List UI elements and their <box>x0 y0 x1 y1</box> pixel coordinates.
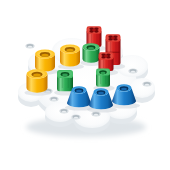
empty-hole[interactable] <box>142 82 151 87</box>
peg-green-cube[interactable] <box>57 70 73 91</box>
peg-yellow-cylinder[interactable] <box>35 50 55 72</box>
empty-hole[interactable] <box>49 97 58 102</box>
empty-hole[interactable] <box>25 44 34 49</box>
peg-green-cube[interactable] <box>96 69 110 87</box>
empty-hole[interactable] <box>59 109 68 114</box>
peg-yellow-cylinder[interactable] <box>27 69 48 92</box>
peg-red-square-clover[interactable] <box>99 52 114 71</box>
pegboard <box>0 0 170 170</box>
product-photo-scene <box>0 0 170 170</box>
empty-hole[interactable] <box>128 69 137 74</box>
empty-hole[interactable] <box>71 115 80 120</box>
peg-yellow-cylinder[interactable] <box>60 45 80 67</box>
peg-green-cylinder[interactable] <box>83 43 100 63</box>
